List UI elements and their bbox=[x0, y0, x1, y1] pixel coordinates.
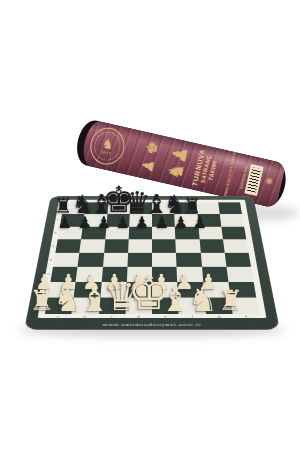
board-square bbox=[220, 214, 245, 226]
board-square bbox=[45, 297, 74, 314]
file-label: e bbox=[152, 315, 179, 319]
board-square bbox=[152, 253, 177, 267]
board-square bbox=[125, 297, 152, 314]
board-square bbox=[152, 239, 176, 252]
board-square bbox=[152, 202, 175, 214]
board-square bbox=[76, 267, 103, 282]
file-label: g bbox=[206, 315, 233, 319]
board-square bbox=[176, 253, 201, 267]
board-square bbox=[228, 282, 256, 298]
board-square bbox=[58, 226, 83, 239]
board-square bbox=[127, 253, 152, 267]
board-square bbox=[105, 226, 129, 239]
file-label: c bbox=[98, 315, 125, 319]
file-label: f bbox=[179, 315, 206, 319]
board-square bbox=[174, 202, 197, 214]
board-square bbox=[221, 226, 246, 239]
board-square bbox=[129, 214, 152, 226]
chess-board: abcdefgh 87654321 www.satrancdunyasi.com… bbox=[24, 196, 280, 330]
board-square bbox=[152, 297, 179, 314]
board-square bbox=[55, 239, 81, 252]
board-square bbox=[126, 282, 152, 298]
board-square bbox=[127, 267, 152, 282]
board-square bbox=[74, 282, 101, 298]
board-square bbox=[101, 267, 127, 282]
board-square bbox=[48, 282, 76, 298]
board-square bbox=[230, 297, 259, 314]
board-square bbox=[197, 214, 221, 226]
board-square bbox=[152, 267, 177, 282]
board-square bbox=[175, 226, 199, 239]
board-square bbox=[83, 214, 107, 226]
board-square bbox=[107, 202, 130, 214]
board-square bbox=[200, 253, 226, 267]
board-square bbox=[223, 239, 249, 252]
board-square bbox=[106, 214, 130, 226]
board-square bbox=[50, 267, 77, 282]
board-square bbox=[177, 282, 204, 298]
file-label: d bbox=[125, 315, 152, 319]
board-square bbox=[199, 239, 224, 252]
board-square bbox=[196, 202, 220, 214]
board-square bbox=[226, 267, 253, 282]
emblem-ring bbox=[91, 129, 123, 163]
board-square bbox=[62, 202, 86, 214]
board-square bbox=[81, 226, 106, 239]
board-square bbox=[100, 282, 127, 298]
board-square bbox=[203, 282, 230, 298]
board-square bbox=[72, 297, 100, 314]
board-square bbox=[178, 297, 205, 314]
board-square bbox=[198, 226, 223, 239]
board-square bbox=[98, 297, 125, 314]
board-grid bbox=[45, 202, 259, 313]
board-square bbox=[53, 253, 80, 267]
board-square bbox=[128, 226, 152, 239]
board-square bbox=[78, 253, 104, 267]
board-square bbox=[129, 202, 152, 214]
board-square bbox=[176, 239, 201, 252]
board-margin: abcdefgh 87654321 bbox=[38, 200, 267, 318]
board-website: www.satrancdunyasi.com.tr bbox=[25, 322, 280, 326]
board-square bbox=[175, 214, 199, 226]
board-square bbox=[60, 214, 85, 226]
board-square bbox=[152, 214, 175, 226]
board-square bbox=[80, 239, 105, 252]
board-square bbox=[224, 253, 251, 267]
file-label: b bbox=[71, 315, 98, 319]
board-square bbox=[218, 202, 242, 214]
board-square bbox=[152, 226, 176, 239]
board-square bbox=[204, 297, 232, 314]
board-square bbox=[128, 239, 152, 252]
board-square bbox=[84, 202, 108, 214]
board-square bbox=[177, 267, 203, 282]
file-label: a bbox=[44, 315, 71, 319]
file-label: h bbox=[232, 315, 259, 319]
file-labels: abcdefgh bbox=[44, 315, 260, 319]
board-square bbox=[152, 282, 178, 298]
product-photo: ♞ 1977 ♟ ♚ ♞♟ TURNUVA SATRANÇ TAKIMI www… bbox=[0, 0, 300, 450]
board-square bbox=[104, 239, 129, 252]
board-square bbox=[102, 253, 127, 267]
board-mat: abcdefgh 87654321 www.satrancdunyasi.com… bbox=[24, 196, 280, 330]
board-square bbox=[202, 267, 229, 282]
